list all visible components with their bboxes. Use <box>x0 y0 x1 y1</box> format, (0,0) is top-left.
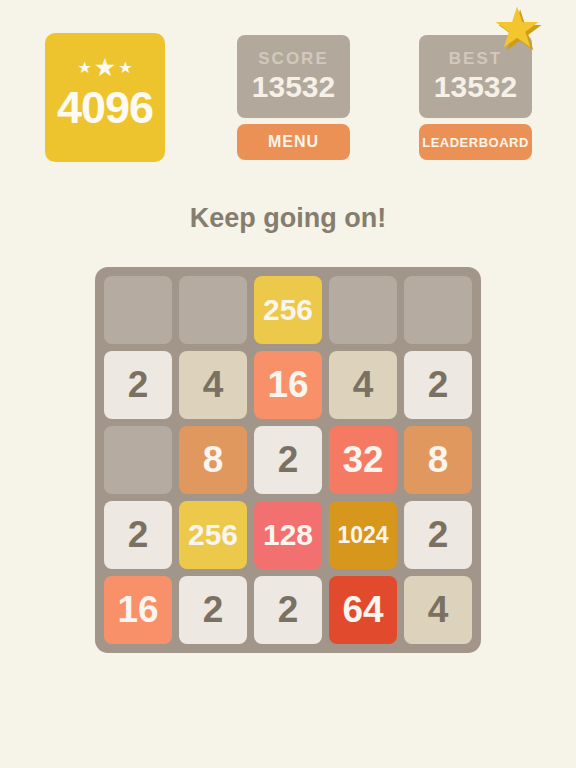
empty-cell <box>404 276 472 344</box>
tile-8: 8 <box>404 426 472 494</box>
tile-2: 2 <box>254 426 322 494</box>
empty-cell <box>104 276 172 344</box>
star-icon: ★ <box>94 55 116 80</box>
menu-button[interactable]: MENU <box>237 124 350 160</box>
tile-2: 2 <box>179 576 247 644</box>
best-box: BEST 13532 <box>419 35 532 118</box>
highest-tile-badge: ★ ★ ★ 4096 <box>45 33 165 162</box>
tile-32: 32 <box>329 426 397 494</box>
tile-4: 4 <box>329 351 397 419</box>
tile-2: 2 <box>404 351 472 419</box>
tile-4: 4 <box>404 576 472 644</box>
tile-256: 256 <box>254 276 322 344</box>
score-label: SCORE <box>258 49 328 69</box>
tile-16: 16 <box>104 576 172 644</box>
tile-16: 16 <box>254 351 322 419</box>
highest-tile-value: 4096 <box>57 82 153 134</box>
tile-4: 4 <box>179 351 247 419</box>
tile-64: 64 <box>329 576 397 644</box>
badge-stars: ★ ★ ★ <box>77 55 132 80</box>
score-value: 13532 <box>252 70 335 104</box>
best-label: BEST <box>449 49 502 69</box>
empty-cell <box>104 426 172 494</box>
tile-2: 2 <box>254 576 322 644</box>
tile-1024: 1024 <box>329 501 397 569</box>
empty-cell <box>329 276 397 344</box>
empty-cell <box>179 276 247 344</box>
tile-2: 2 <box>404 501 472 569</box>
leaderboard-button[interactable]: LEADERBOARD <box>419 124 532 160</box>
tile-256: 256 <box>179 501 247 569</box>
tile-2: 2 <box>104 501 172 569</box>
tile-2: 2 <box>104 351 172 419</box>
star-icon: ★ <box>118 60 132 76</box>
star-icon: ★ <box>77 60 91 76</box>
tile-128: 128 <box>254 501 322 569</box>
tile-8: 8 <box>179 426 247 494</box>
board[interactable]: 256241642823282256128102421622644 <box>95 267 481 653</box>
score-box: SCORE 13532 <box>237 35 350 118</box>
status-message: Keep going on! <box>0 203 576 234</box>
best-value: 13532 <box>434 70 517 104</box>
